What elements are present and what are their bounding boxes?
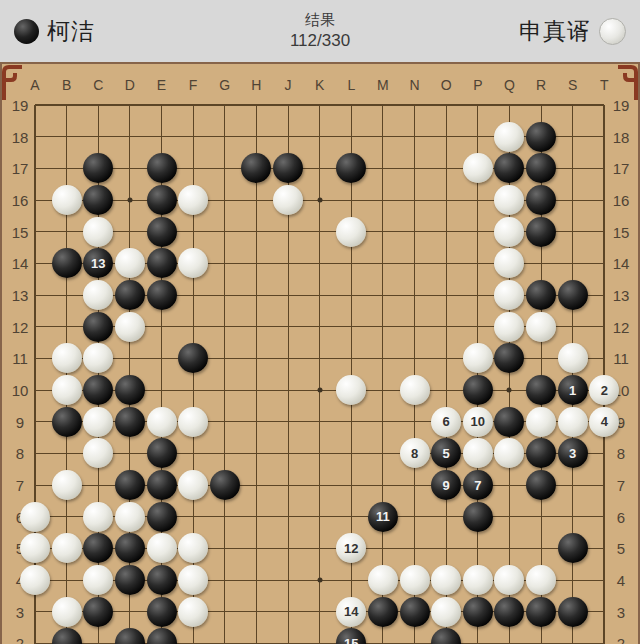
board-point-F10[interactable] <box>177 374 209 406</box>
board-point-P9[interactable]: 10 <box>462 406 494 438</box>
board-point-M15[interactable] <box>367 216 399 248</box>
board-point-R9[interactable] <box>525 406 557 438</box>
board-point-B10[interactable] <box>51 374 83 406</box>
board-point-R15[interactable] <box>525 216 557 248</box>
board-point-E17[interactable] <box>146 153 178 185</box>
board-point-E3[interactable] <box>146 596 178 628</box>
board-point-L13[interactable] <box>336 279 368 311</box>
board-point-O5[interactable] <box>430 533 462 565</box>
board-point-K4[interactable] <box>304 564 336 596</box>
board-point-N19[interactable] <box>399 89 431 121</box>
board-point-K3[interactable] <box>304 596 336 628</box>
board-point-S16[interactable] <box>557 184 589 216</box>
board-point-G9[interactable] <box>209 406 241 438</box>
board-point-G19[interactable] <box>209 89 241 121</box>
board-point-C16[interactable] <box>82 184 114 216</box>
board-point-C9[interactable] <box>82 406 114 438</box>
board-point-T10[interactable]: 2 <box>589 374 621 406</box>
board-point-J18[interactable] <box>272 121 304 153</box>
board-point-F9[interactable] <box>177 406 209 438</box>
board-point-M11[interactable] <box>367 343 399 375</box>
board-point-F6[interactable] <box>177 501 209 533</box>
board-point-J4[interactable] <box>272 564 304 596</box>
board-point-M17[interactable] <box>367 153 399 185</box>
board-point-E19[interactable] <box>146 89 178 121</box>
board-point-M9[interactable] <box>367 406 399 438</box>
board-point-H14[interactable] <box>241 248 273 280</box>
board-point-K14[interactable] <box>304 248 336 280</box>
board-point-E11[interactable] <box>146 343 178 375</box>
board-point-S5[interactable] <box>557 533 589 565</box>
board-point-E8[interactable] <box>146 438 178 470</box>
board-point-D17[interactable] <box>114 153 146 185</box>
board-point-O17[interactable] <box>430 153 462 185</box>
board-point-G4[interactable] <box>209 564 241 596</box>
board-point-N16[interactable] <box>399 184 431 216</box>
board-point-H9[interactable] <box>241 406 273 438</box>
board-point-P13[interactable] <box>462 279 494 311</box>
board-point-B19[interactable] <box>51 89 83 121</box>
board-point-L11[interactable] <box>336 343 368 375</box>
board-point-P16[interactable] <box>462 184 494 216</box>
board-point-A8[interactable] <box>19 438 51 470</box>
board-point-P15[interactable] <box>462 216 494 248</box>
board-point-D10[interactable] <box>114 374 146 406</box>
board-point-F18[interactable] <box>177 121 209 153</box>
board-point-C15[interactable] <box>82 216 114 248</box>
board-point-T12[interactable] <box>589 311 621 343</box>
board-point-R8[interactable] <box>525 438 557 470</box>
board-point-G11[interactable] <box>209 343 241 375</box>
board-point-K18[interactable] <box>304 121 336 153</box>
board-point-S6[interactable] <box>557 501 589 533</box>
board-point-R6[interactable] <box>525 501 557 533</box>
board-point-S14[interactable] <box>557 248 589 280</box>
board-point-J11[interactable] <box>272 343 304 375</box>
board-point-A17[interactable] <box>19 153 51 185</box>
board-point-Q17[interactable] <box>494 153 526 185</box>
board-point-F11[interactable] <box>177 343 209 375</box>
board-point-F5[interactable] <box>177 533 209 565</box>
board-point-P18[interactable] <box>462 121 494 153</box>
board-point-P8[interactable] <box>462 438 494 470</box>
board-point-A2[interactable] <box>19 628 51 644</box>
board-point-S7[interactable] <box>557 469 589 501</box>
board-point-Q14[interactable] <box>494 248 526 280</box>
board-point-B2[interactable] <box>51 628 83 644</box>
board-point-K10[interactable] <box>304 374 336 406</box>
board-point-E18[interactable] <box>146 121 178 153</box>
board-point-S8[interactable]: 3 <box>557 438 589 470</box>
board-point-L8[interactable] <box>336 438 368 470</box>
board-point-Q9[interactable] <box>494 406 526 438</box>
board-point-P4[interactable] <box>462 564 494 596</box>
board-point-G16[interactable] <box>209 184 241 216</box>
board-point-N9[interactable] <box>399 406 431 438</box>
board-point-R13[interactable] <box>525 279 557 311</box>
board-point-B18[interactable] <box>51 121 83 153</box>
board-point-H8[interactable] <box>241 438 273 470</box>
board-point-A12[interactable] <box>19 311 51 343</box>
board-point-K19[interactable] <box>304 89 336 121</box>
board-point-P11[interactable] <box>462 343 494 375</box>
board-point-H16[interactable] <box>241 184 273 216</box>
board-point-J16[interactable] <box>272 184 304 216</box>
board-point-D13[interactable] <box>114 279 146 311</box>
board-point-H15[interactable] <box>241 216 273 248</box>
board-point-B6[interactable] <box>51 501 83 533</box>
board-point-J3[interactable] <box>272 596 304 628</box>
board-point-L2[interactable]: 15 <box>336 628 368 644</box>
board-point-A11[interactable] <box>19 343 51 375</box>
board-point-J10[interactable] <box>272 374 304 406</box>
board-point-M16[interactable] <box>367 184 399 216</box>
board-point-A5[interactable] <box>19 533 51 565</box>
board-point-C6[interactable] <box>82 501 114 533</box>
board-point-B16[interactable] <box>51 184 83 216</box>
board-point-D8[interactable] <box>114 438 146 470</box>
board-point-K8[interactable] <box>304 438 336 470</box>
board-point-E7[interactable] <box>146 469 178 501</box>
board-point-T8[interactable] <box>589 438 621 470</box>
board-point-N8[interactable]: 8 <box>399 438 431 470</box>
board-point-T5[interactable] <box>589 533 621 565</box>
board-point-D19[interactable] <box>114 89 146 121</box>
board-point-R11[interactable] <box>525 343 557 375</box>
board-point-O6[interactable] <box>430 501 462 533</box>
board-point-R3[interactable] <box>525 596 557 628</box>
board-point-C11[interactable] <box>82 343 114 375</box>
board-point-C12[interactable] <box>82 311 114 343</box>
board-point-Q19[interactable] <box>494 89 526 121</box>
board-point-O18[interactable] <box>430 121 462 153</box>
board-point-L14[interactable] <box>336 248 368 280</box>
board-point-H18[interactable] <box>241 121 273 153</box>
board-point-S15[interactable] <box>557 216 589 248</box>
board-point-P19[interactable] <box>462 89 494 121</box>
board-point-D6[interactable] <box>114 501 146 533</box>
board-point-O16[interactable] <box>430 184 462 216</box>
board-point-F14[interactable] <box>177 248 209 280</box>
board-point-N4[interactable] <box>399 564 431 596</box>
board-point-M4[interactable] <box>367 564 399 596</box>
board-point-E2[interactable] <box>146 628 178 644</box>
board-point-Q2[interactable] <box>494 628 526 644</box>
board-point-F15[interactable] <box>177 216 209 248</box>
board-point-M5[interactable] <box>367 533 399 565</box>
board-point-J15[interactable] <box>272 216 304 248</box>
board-point-E4[interactable] <box>146 564 178 596</box>
board-point-T15[interactable] <box>589 216 621 248</box>
board-point-M6[interactable]: 11 <box>367 501 399 533</box>
board-point-R10[interactable] <box>525 374 557 406</box>
board-point-A7[interactable] <box>19 469 51 501</box>
board-point-T13[interactable] <box>589 279 621 311</box>
board-point-Q10[interactable] <box>494 374 526 406</box>
board-point-G17[interactable] <box>209 153 241 185</box>
board-point-R7[interactable] <box>525 469 557 501</box>
board-point-A15[interactable] <box>19 216 51 248</box>
board-point-L7[interactable] <box>336 469 368 501</box>
board-point-B7[interactable] <box>51 469 83 501</box>
board-point-G7[interactable] <box>209 469 241 501</box>
board-point-B11[interactable] <box>51 343 83 375</box>
board-point-F13[interactable] <box>177 279 209 311</box>
board-point-N5[interactable] <box>399 533 431 565</box>
board-point-Q12[interactable] <box>494 311 526 343</box>
board-point-D5[interactable] <box>114 533 146 565</box>
board-point-P17[interactable] <box>462 153 494 185</box>
board-point-M18[interactable] <box>367 121 399 153</box>
board-point-N14[interactable] <box>399 248 431 280</box>
board-point-B13[interactable] <box>51 279 83 311</box>
board-point-S3[interactable] <box>557 596 589 628</box>
board-point-A18[interactable] <box>19 121 51 153</box>
board-point-C4[interactable] <box>82 564 114 596</box>
board-point-L4[interactable] <box>336 564 368 596</box>
board-point-C19[interactable] <box>82 89 114 121</box>
board-point-F8[interactable] <box>177 438 209 470</box>
board-point-K16[interactable] <box>304 184 336 216</box>
board-point-O19[interactable] <box>430 89 462 121</box>
board-point-L15[interactable] <box>336 216 368 248</box>
board-point-E9[interactable] <box>146 406 178 438</box>
board-point-G12[interactable] <box>209 311 241 343</box>
board-point-O8[interactable]: 5 <box>430 438 462 470</box>
board-point-O2[interactable] <box>430 628 462 644</box>
board-point-R2[interactable] <box>525 628 557 644</box>
board-point-A14[interactable] <box>19 248 51 280</box>
board-point-C5[interactable] <box>82 533 114 565</box>
board-point-T9[interactable]: 4 <box>589 406 621 438</box>
board-point-D18[interactable] <box>114 121 146 153</box>
board-point-E10[interactable] <box>146 374 178 406</box>
board-point-S4[interactable] <box>557 564 589 596</box>
board-point-D2[interactable] <box>114 628 146 644</box>
board-point-K15[interactable] <box>304 216 336 248</box>
board-point-K2[interactable] <box>304 628 336 644</box>
board-point-C14[interactable]: 13 <box>82 248 114 280</box>
board-point-T2[interactable] <box>589 628 621 644</box>
board-point-E14[interactable] <box>146 248 178 280</box>
board-point-P7[interactable]: 7 <box>462 469 494 501</box>
board-point-D9[interactable] <box>114 406 146 438</box>
board-point-G18[interactable] <box>209 121 241 153</box>
board-point-T3[interactable] <box>589 596 621 628</box>
board-point-E16[interactable] <box>146 184 178 216</box>
board-point-F17[interactable] <box>177 153 209 185</box>
board-point-N18[interactable] <box>399 121 431 153</box>
board-point-Q11[interactable] <box>494 343 526 375</box>
board-point-L12[interactable] <box>336 311 368 343</box>
board-point-B9[interactable] <box>51 406 83 438</box>
board-point-D7[interactable] <box>114 469 146 501</box>
board-point-T18[interactable] <box>589 121 621 153</box>
board-point-L9[interactable] <box>336 406 368 438</box>
board-point-B5[interactable] <box>51 533 83 565</box>
board-point-E5[interactable] <box>146 533 178 565</box>
board-point-O11[interactable] <box>430 343 462 375</box>
board-point-H10[interactable] <box>241 374 273 406</box>
board-point-B17[interactable] <box>51 153 83 185</box>
board-point-Q6[interactable] <box>494 501 526 533</box>
board-point-H19[interactable] <box>241 89 273 121</box>
board-point-F2[interactable] <box>177 628 209 644</box>
board-point-N11[interactable] <box>399 343 431 375</box>
board-point-M14[interactable] <box>367 248 399 280</box>
board-point-Q15[interactable] <box>494 216 526 248</box>
board-point-M13[interactable] <box>367 279 399 311</box>
board-point-P3[interactable] <box>462 596 494 628</box>
board-point-G13[interactable] <box>209 279 241 311</box>
board-point-P10[interactable] <box>462 374 494 406</box>
go-board[interactable]: ABCDEFGHJKLMNOPQRST191918181717161615151… <box>0 62 640 644</box>
board-point-N10[interactable] <box>399 374 431 406</box>
board-point-B3[interactable] <box>51 596 83 628</box>
board-point-S9[interactable] <box>557 406 589 438</box>
board-point-Q4[interactable] <box>494 564 526 596</box>
board-point-G8[interactable] <box>209 438 241 470</box>
board-point-T4[interactable] <box>589 564 621 596</box>
board-point-P6[interactable] <box>462 501 494 533</box>
board-point-R14[interactable] <box>525 248 557 280</box>
board-point-D4[interactable] <box>114 564 146 596</box>
board-point-P14[interactable] <box>462 248 494 280</box>
board-point-L18[interactable] <box>336 121 368 153</box>
board-point-B4[interactable] <box>51 564 83 596</box>
board-point-O3[interactable] <box>430 596 462 628</box>
board-point-F16[interactable] <box>177 184 209 216</box>
board-point-J9[interactable] <box>272 406 304 438</box>
board-point-M12[interactable] <box>367 311 399 343</box>
board-point-H11[interactable] <box>241 343 273 375</box>
board-point-M3[interactable] <box>367 596 399 628</box>
board-point-A16[interactable] <box>19 184 51 216</box>
board-point-L6[interactable] <box>336 501 368 533</box>
board-point-Q13[interactable] <box>494 279 526 311</box>
board-point-Q3[interactable] <box>494 596 526 628</box>
board-point-S10[interactable]: 1 <box>557 374 589 406</box>
board-point-K7[interactable] <box>304 469 336 501</box>
board-point-Q7[interactable] <box>494 469 526 501</box>
board-point-O10[interactable] <box>430 374 462 406</box>
board-point-Q8[interactable] <box>494 438 526 470</box>
board-point-H7[interactable] <box>241 469 273 501</box>
board-point-B15[interactable] <box>51 216 83 248</box>
board-point-G14[interactable] <box>209 248 241 280</box>
board-point-A13[interactable] <box>19 279 51 311</box>
board-point-P5[interactable] <box>462 533 494 565</box>
board-point-A3[interactable] <box>19 596 51 628</box>
board-point-M10[interactable] <box>367 374 399 406</box>
board-point-B12[interactable] <box>51 311 83 343</box>
board-point-K6[interactable] <box>304 501 336 533</box>
board-point-E12[interactable] <box>146 311 178 343</box>
board-point-C2[interactable] <box>82 628 114 644</box>
board-point-D14[interactable] <box>114 248 146 280</box>
board-point-J14[interactable] <box>272 248 304 280</box>
board-point-G10[interactable] <box>209 374 241 406</box>
board-point-D12[interactable] <box>114 311 146 343</box>
board-point-M8[interactable] <box>367 438 399 470</box>
board-point-S13[interactable] <box>557 279 589 311</box>
board-point-T6[interactable] <box>589 501 621 533</box>
board-point-A4[interactable] <box>19 564 51 596</box>
board-point-N2[interactable] <box>399 628 431 644</box>
board-point-S19[interactable] <box>557 89 589 121</box>
board-point-J12[interactable] <box>272 311 304 343</box>
board-point-M2[interactable] <box>367 628 399 644</box>
board-point-C7[interactable] <box>82 469 114 501</box>
board-point-M19[interactable] <box>367 89 399 121</box>
board-point-H2[interactable] <box>241 628 273 644</box>
board-point-J19[interactable] <box>272 89 304 121</box>
board-point-K11[interactable] <box>304 343 336 375</box>
board-point-S18[interactable] <box>557 121 589 153</box>
board-point-L10[interactable] <box>336 374 368 406</box>
board-point-D3[interactable] <box>114 596 146 628</box>
board-point-M7[interactable] <box>367 469 399 501</box>
board-point-Q16[interactable] <box>494 184 526 216</box>
board-point-G5[interactable] <box>209 533 241 565</box>
board-point-J2[interactable] <box>272 628 304 644</box>
board-point-C8[interactable] <box>82 438 114 470</box>
board-point-O4[interactable] <box>430 564 462 596</box>
board-point-T7[interactable] <box>589 469 621 501</box>
board-point-C3[interactable] <box>82 596 114 628</box>
board-point-A9[interactable] <box>19 406 51 438</box>
board-point-N15[interactable] <box>399 216 431 248</box>
board-point-L17[interactable] <box>336 153 368 185</box>
board-point-R18[interactable] <box>525 121 557 153</box>
board-point-T19[interactable] <box>589 89 621 121</box>
board-point-G6[interactable] <box>209 501 241 533</box>
board-point-H13[interactable] <box>241 279 273 311</box>
board-point-N7[interactable] <box>399 469 431 501</box>
board-point-D15[interactable] <box>114 216 146 248</box>
board-point-G15[interactable] <box>209 216 241 248</box>
board-point-P2[interactable] <box>462 628 494 644</box>
board-point-L5[interactable]: 12 <box>336 533 368 565</box>
board-point-A6[interactable] <box>19 501 51 533</box>
board-point-T17[interactable] <box>589 153 621 185</box>
board-point-R12[interactable] <box>525 311 557 343</box>
board-point-L19[interactable] <box>336 89 368 121</box>
board-point-H6[interactable] <box>241 501 273 533</box>
board-point-T16[interactable] <box>589 184 621 216</box>
board-point-A10[interactable] <box>19 374 51 406</box>
board-point-G3[interactable] <box>209 596 241 628</box>
board-point-K17[interactable] <box>304 153 336 185</box>
board-point-F12[interactable] <box>177 311 209 343</box>
board-point-R5[interactable] <box>525 533 557 565</box>
board-point-A19[interactable] <box>19 89 51 121</box>
board-point-N17[interactable] <box>399 153 431 185</box>
board-point-H3[interactable] <box>241 596 273 628</box>
board-point-H17[interactable] <box>241 153 273 185</box>
board-point-B8[interactable] <box>51 438 83 470</box>
board-point-O13[interactable] <box>430 279 462 311</box>
board-point-O7[interactable]: 9 <box>430 469 462 501</box>
board-point-O14[interactable] <box>430 248 462 280</box>
board-point-S12[interactable] <box>557 311 589 343</box>
board-point-R16[interactable] <box>525 184 557 216</box>
board-point-K13[interactable] <box>304 279 336 311</box>
board-point-J6[interactable] <box>272 501 304 533</box>
board-point-P12[interactable] <box>462 311 494 343</box>
board-point-N3[interactable] <box>399 596 431 628</box>
board-point-K12[interactable] <box>304 311 336 343</box>
